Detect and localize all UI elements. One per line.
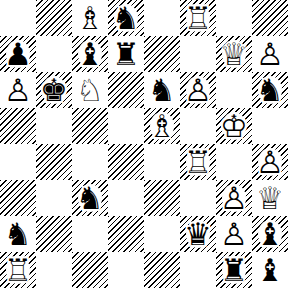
square-c8[interactable]: ♗ <box>72 0 108 36</box>
black-bishop: ♝ <box>72 36 108 72</box>
square-d4[interactable] <box>108 144 144 180</box>
white-rook: ♖ <box>0 252 36 288</box>
square-h8[interactable] <box>252 0 288 36</box>
square-h7[interactable]: ♙ <box>252 36 288 72</box>
square-e8[interactable] <box>144 0 180 36</box>
white-knight: ♘ <box>72 72 108 108</box>
square-h3[interactable]: ♕ <box>252 180 288 216</box>
white-bishop: ♗ <box>144 108 180 144</box>
square-f6[interactable]: ♙ <box>180 72 216 108</box>
black-queen: ♛ <box>180 216 216 252</box>
square-b1[interactable] <box>36 252 72 288</box>
square-b2[interactable] <box>36 216 72 252</box>
square-f7[interactable] <box>180 36 216 72</box>
white-pawn: ♙ <box>216 216 252 252</box>
white-pawn: ♙ <box>0 72 36 108</box>
white-king: ♔ <box>216 108 252 144</box>
square-a3[interactable] <box>0 180 36 216</box>
square-g5[interactable]: ♔ <box>216 108 252 144</box>
square-f4[interactable]: ♖ <box>180 144 216 180</box>
square-h6[interactable]: ♞ <box>252 72 288 108</box>
square-e5[interactable]: ♗ <box>144 108 180 144</box>
square-a5[interactable] <box>0 108 36 144</box>
square-g4[interactable] <box>216 144 252 180</box>
square-a8[interactable] <box>0 0 36 36</box>
black-rook: ♜ <box>216 252 252 288</box>
white-pawn: ♙ <box>252 144 288 180</box>
white-rook: ♖ <box>180 0 216 36</box>
square-c6[interactable]: ♘ <box>72 72 108 108</box>
square-b6[interactable]: ♚ <box>36 72 72 108</box>
square-f3[interactable] <box>180 180 216 216</box>
square-a2[interactable]: ♞ <box>0 216 36 252</box>
square-e7[interactable] <box>144 36 180 72</box>
white-pawn: ♙ <box>252 36 288 72</box>
square-d2[interactable] <box>108 216 144 252</box>
black-knight: ♞ <box>144 72 180 108</box>
square-g7[interactable]: ♕ <box>216 36 252 72</box>
square-f8[interactable]: ♖ <box>180 0 216 36</box>
black-knight: ♞ <box>252 72 288 108</box>
square-c5[interactable] <box>72 108 108 144</box>
square-h5[interactable] <box>252 108 288 144</box>
square-f5[interactable] <box>180 108 216 144</box>
square-d8[interactable]: ♞ <box>108 0 144 36</box>
chess-board: ♗♞♖♟♝♜♕♙♙♚♘♞♙♞♗♔♖♙♞♙♕♞♛♙♝♖♜♝ <box>0 0 288 288</box>
square-f1[interactable] <box>180 252 216 288</box>
square-b7[interactable] <box>36 36 72 72</box>
square-e4[interactable] <box>144 144 180 180</box>
white-bishop: ♗ <box>72 0 108 36</box>
black-knight: ♞ <box>0 216 36 252</box>
square-d6[interactable] <box>108 72 144 108</box>
square-b8[interactable] <box>36 0 72 36</box>
square-e3[interactable] <box>144 180 180 216</box>
square-h2[interactable]: ♝ <box>252 216 288 252</box>
square-d7[interactable]: ♜ <box>108 36 144 72</box>
square-e2[interactable] <box>144 216 180 252</box>
square-e6[interactable]: ♞ <box>144 72 180 108</box>
black-knight: ♞ <box>72 180 108 216</box>
square-a6[interactable]: ♙ <box>0 72 36 108</box>
black-king: ♚ <box>36 72 72 108</box>
square-d1[interactable] <box>108 252 144 288</box>
white-pawn: ♙ <box>180 72 216 108</box>
square-a1[interactable]: ♖ <box>0 252 36 288</box>
square-h1[interactable]: ♝ <box>252 252 288 288</box>
square-b3[interactable] <box>36 180 72 216</box>
black-pawn: ♟ <box>0 36 36 72</box>
black-knight: ♞ <box>108 0 144 36</box>
white-queen: ♕ <box>216 36 252 72</box>
square-d3[interactable] <box>108 180 144 216</box>
square-g1[interactable]: ♜ <box>216 252 252 288</box>
white-pawn: ♙ <box>216 180 252 216</box>
white-rook: ♖ <box>180 144 216 180</box>
black-bishop: ♝ <box>252 216 288 252</box>
square-h4[interactable]: ♙ <box>252 144 288 180</box>
square-c1[interactable] <box>72 252 108 288</box>
black-bishop: ♝ <box>252 252 288 288</box>
square-b4[interactable] <box>36 144 72 180</box>
square-g8[interactable] <box>216 0 252 36</box>
square-f2[interactable]: ♛ <box>180 216 216 252</box>
square-c2[interactable] <box>72 216 108 252</box>
square-g3[interactable]: ♙ <box>216 180 252 216</box>
square-a7[interactable]: ♟ <box>0 36 36 72</box>
square-b5[interactable] <box>36 108 72 144</box>
square-e1[interactable] <box>144 252 180 288</box>
square-a4[interactable] <box>0 144 36 180</box>
square-c4[interactable] <box>72 144 108 180</box>
square-d5[interactable] <box>108 108 144 144</box>
square-c7[interactable]: ♝ <box>72 36 108 72</box>
white-queen: ♕ <box>252 180 288 216</box>
square-c3[interactable]: ♞ <box>72 180 108 216</box>
black-rook: ♜ <box>108 36 144 72</box>
square-g2[interactable]: ♙ <box>216 216 252 252</box>
square-g6[interactable] <box>216 72 252 108</box>
